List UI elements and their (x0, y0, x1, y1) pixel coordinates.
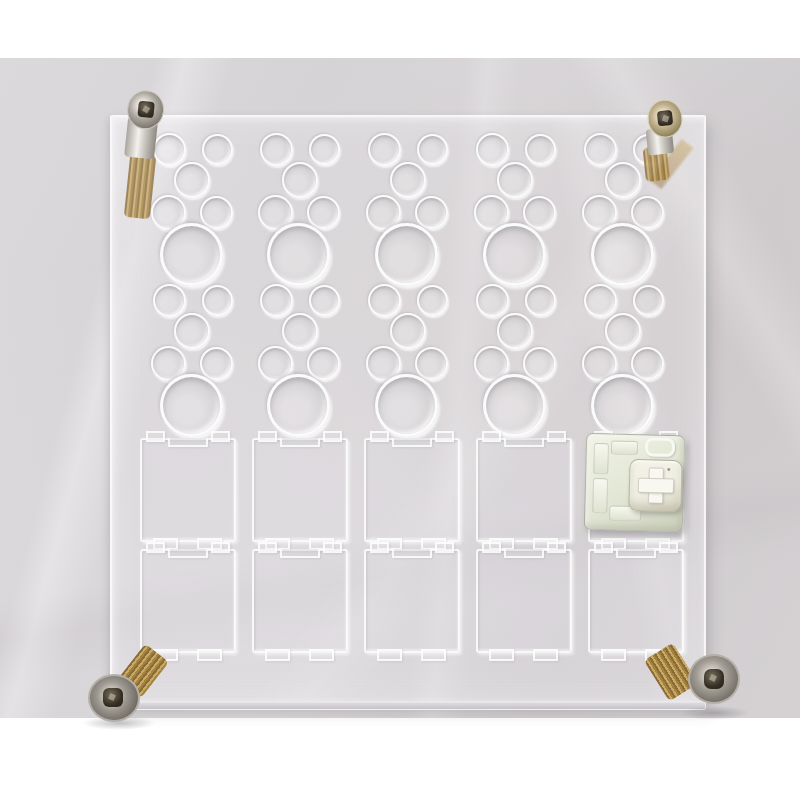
switch-stem (628, 459, 682, 512)
standoff-bottom-left (86, 642, 176, 726)
hex-socket-icon (137, 101, 155, 119)
standoff-brass-body (124, 153, 157, 219)
acrylic-plate (110, 115, 706, 703)
switch-metal-leaf (645, 437, 675, 457)
standoff-shadow (680, 706, 750, 720)
screw-head (88, 674, 140, 722)
hex-socket-icon (704, 669, 724, 689)
plate-bottom-edge (110, 701, 706, 710)
hex-socket-icon (103, 688, 123, 707)
hex-socket-icon (657, 110, 673, 126)
screw-head (688, 654, 740, 704)
standoff-bottom-right (650, 636, 746, 712)
switch-housing-detail (592, 478, 608, 513)
plate-reflection (112, 117, 704, 701)
keyboard-switch (584, 433, 686, 533)
switch-housing-detail (593, 443, 609, 474)
switch-stem-cross (637, 478, 673, 494)
standoff-top-right (634, 98, 693, 187)
photo (0, 0, 800, 800)
switch-stem-mark (667, 468, 670, 471)
switch-housing-detail (611, 440, 638, 455)
